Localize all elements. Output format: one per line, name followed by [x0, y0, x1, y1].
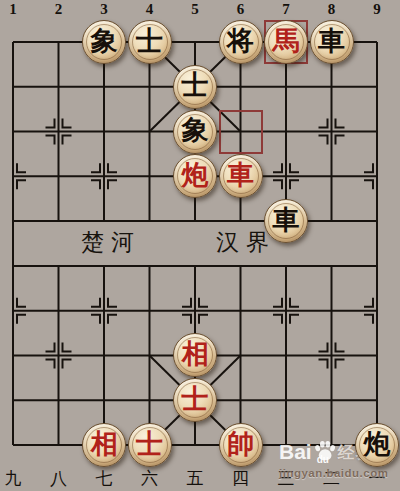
piece-black-chariot[interactable]: 車 [310, 20, 354, 64]
file-label-top-6: 6 [237, 1, 245, 18]
piece-black-general[interactable]: 将 [219, 20, 263, 64]
piece-black-advisor[interactable]: 士 [128, 20, 172, 64]
piece-red-advisor[interactable]: 士 [173, 378, 217, 422]
file-label-bottom-5: 五 [187, 467, 204, 490]
piece-glyph: 象 [91, 28, 118, 55]
piece-glyph: 士 [136, 28, 163, 55]
file-label-top-7: 7 [282, 1, 290, 18]
piece-black-cannon[interactable]: 炮 [355, 423, 399, 467]
file-label-top-8: 8 [328, 1, 336, 18]
file-label-bottom-2: 八 [50, 467, 67, 490]
file-label-bottom-4: 六 [141, 467, 158, 490]
piece-red-elephant[interactable]: 相 [82, 423, 126, 467]
piece-red-advisor[interactable]: 士 [128, 423, 172, 467]
piece-glyph: 士 [182, 386, 209, 413]
piece-glyph: 士 [182, 72, 209, 99]
piece-glyph: 象 [182, 117, 209, 144]
piece-red-general[interactable]: 帥 [219, 423, 263, 467]
file-label-top-1: 1 [9, 1, 17, 18]
piece-glyph: 車 [227, 162, 254, 189]
piece-glyph: 士 [136, 431, 163, 458]
file-label-bottom-3: 七 [96, 467, 113, 490]
piece-black-chariot[interactable]: 車 [264, 199, 308, 243]
piece-glyph: 炮 [364, 431, 391, 458]
piece-glyph: 馬 [273, 28, 300, 55]
piece-black-elephant[interactable]: 象 [82, 20, 126, 64]
piece-red-horse[interactable]: 馬 [264, 20, 308, 64]
last-move-from-marker [219, 110, 263, 154]
file-label-top-5: 5 [191, 1, 199, 18]
file-label-top-2: 2 [55, 1, 63, 18]
watermark-url: jingyan.baidu.com [279, 467, 388, 479]
piece-glyph: 相 [182, 341, 209, 368]
piece-black-advisor[interactable]: 士 [173, 65, 217, 109]
file-label-top-4: 4 [146, 1, 154, 18]
piece-glyph: 相 [91, 431, 118, 458]
piece-red-cannon[interactable]: 炮 [173, 154, 217, 198]
piece-glyph: 車 [318, 28, 345, 55]
file-label-top-9: 9 [373, 1, 381, 18]
piece-red-chariot[interactable]: 車 [219, 154, 263, 198]
baidu-logo-bai-text: Bai [279, 440, 312, 464]
baidu-paw-icon: du [313, 440, 337, 464]
piece-glyph: 帥 [227, 431, 254, 458]
file-label-bottom-6: 四 [232, 467, 249, 490]
piece-glyph: 炮 [182, 162, 209, 189]
xiangqi-board: 123456789 九八七六五四三二一 楚河 汉界 象士将馬車士象炮車車相士相士… [0, 0, 400, 491]
baidu-logo-du-text: du [317, 454, 329, 465]
river-label-chu: 楚河 [81, 227, 141, 258]
piece-glyph: 将 [227, 28, 254, 55]
file-label-top-3: 3 [100, 1, 108, 18]
file-label-bottom-1: 九 [5, 467, 22, 490]
piece-glyph: 車 [273, 207, 300, 234]
piece-black-elephant[interactable]: 象 [173, 110, 217, 154]
